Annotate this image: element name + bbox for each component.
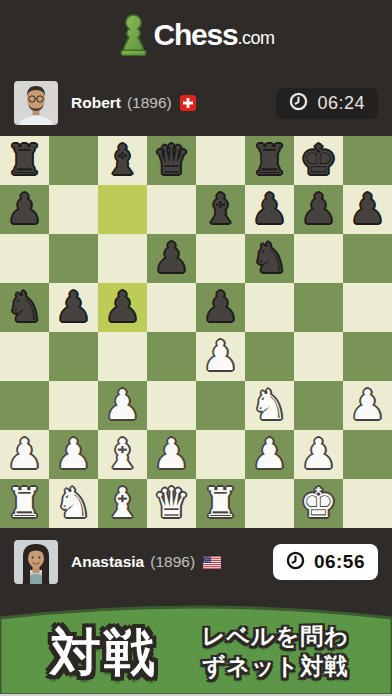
app-header: Chess .com [0,0,392,70]
clock-icon [289,92,308,115]
banner-subtitle-line2: ずネット対戦 [202,651,349,681]
square-d8[interactable]: ♛ [147,136,196,185]
white-pawn[interactable]: ♟ [300,430,337,479]
black-bishop[interactable]: ♝ [202,185,239,234]
square-h5[interactable] [343,283,392,332]
square-c3[interactable]: ♟ [98,381,147,430]
logo-text-suffix: .com [238,28,275,49]
white-rook[interactable]: ♜ [6,479,43,528]
white-pawn[interactable]: ♟ [251,430,288,479]
top-player-avatar[interactable] [14,81,58,125]
white-bishop[interactable]: ♝ [104,430,141,479]
square-h8[interactable] [343,136,392,185]
chesscom-logo: Chess .com [117,14,274,56]
square-c7[interactable] [98,185,147,234]
square-e5[interactable]: ♟ [196,283,245,332]
top-player-rating: (1896) [127,94,172,112]
square-a8[interactable]: ♜ [0,136,49,185]
white-queen[interactable]: ♛ [153,479,190,528]
top-player-clock: 06:24 [276,88,378,119]
square-a5[interactable]: ♞ [0,283,49,332]
square-h6[interactable] [343,234,392,283]
bottom-player-name: Anastasia [71,553,144,571]
white-pawn[interactable]: ♟ [202,332,239,381]
bottom-player-clock: 06:56 [273,544,378,580]
black-rook[interactable]: ♜ [251,136,288,185]
white-pawn[interactable]: ♟ [55,430,92,479]
black-king[interactable]: ♚ [300,136,337,185]
black-pawn[interactable]: ♟ [153,234,190,283]
square-g8[interactable]: ♚ [294,136,343,185]
square-b1[interactable]: ♞ [49,479,98,528]
square-c6[interactable] [98,234,147,283]
top-player-time: 06:24 [317,93,365,114]
us-flag-icon [203,556,221,569]
square-d1[interactable]: ♛ [147,479,196,528]
square-f2[interactable]: ♟ [245,430,294,479]
square-b8[interactable] [49,136,98,185]
clock-icon [286,551,305,574]
top-player-bar: Robert (1896) 06:24 [0,70,392,136]
square-f5[interactable] [245,283,294,332]
square-e3[interactable] [196,381,245,430]
square-g6[interactable] [294,234,343,283]
square-g4[interactable] [294,332,343,381]
banner-subtitle: レベルを問わ ずネット対戦 [202,621,349,681]
top-player-name: Robert [71,94,121,112]
square-h2[interactable] [343,430,392,479]
square-e2[interactable] [196,430,245,479]
black-pawn[interactable]: ♟ [300,185,337,234]
square-b6[interactable] [49,234,98,283]
square-a4[interactable] [0,332,49,381]
white-pawn[interactable]: ♟ [104,381,141,430]
black-pawn[interactable]: ♟ [202,283,239,332]
square-g1[interactable]: ♚ [294,479,343,528]
square-a3[interactable] [0,381,49,430]
square-g3[interactable] [294,381,343,430]
black-bishop[interactable]: ♝ [104,136,141,185]
square-g2[interactable]: ♟ [294,430,343,479]
white-bishop[interactable]: ♝ [104,479,141,528]
black-pawn[interactable]: ♟ [104,283,141,332]
square-e7[interactable]: ♝ [196,185,245,234]
logo-text-main: Chess [153,18,237,52]
white-pawn[interactable]: ♟ [6,430,43,479]
bottom-player-avatar[interactable] [14,540,58,584]
square-b4[interactable] [49,332,98,381]
square-h7[interactable]: ♟ [343,185,392,234]
square-f4[interactable] [245,332,294,381]
promo-banner[interactable]: 対戦 レベルを問わ ずネット対戦 [0,596,392,696]
white-pawn[interactable]: ♟ [349,381,386,430]
black-pawn[interactable]: ♟ [349,185,386,234]
black-rook[interactable]: ♜ [6,136,43,185]
square-g5[interactable] [294,283,343,332]
square-a6[interactable] [0,234,49,283]
bottom-player-time: 06:56 [314,551,365,573]
black-knight[interactable]: ♞ [251,234,288,283]
square-c8[interactable]: ♝ [98,136,147,185]
square-e6[interactable] [196,234,245,283]
white-rook[interactable]: ♜ [202,479,239,528]
square-d4[interactable] [147,332,196,381]
square-d7[interactable] [147,185,196,234]
square-b3[interactable] [49,381,98,430]
black-pawn[interactable]: ♟ [55,283,92,332]
square-c4[interactable] [98,332,147,381]
square-d2[interactable]: ♟ [147,430,196,479]
square-h4[interactable] [343,332,392,381]
black-knight[interactable]: ♞ [6,283,43,332]
black-queen[interactable]: ♛ [153,136,190,185]
square-f7[interactable]: ♟ [245,185,294,234]
square-d3[interactable] [147,381,196,430]
square-h3[interactable]: ♟ [343,381,392,430]
square-f1[interactable] [245,479,294,528]
square-a7[interactable]: ♟ [0,185,49,234]
swiss-flag-icon [180,95,196,111]
black-pawn[interactable]: ♟ [6,185,43,234]
square-b5[interactable]: ♟ [49,283,98,332]
white-knight[interactable]: ♞ [251,381,288,430]
square-g7[interactable]: ♟ [294,185,343,234]
square-c1[interactable]: ♝ [98,479,147,528]
square-a1[interactable]: ♜ [0,479,49,528]
square-f3[interactable]: ♞ [245,381,294,430]
white-king[interactable]: ♚ [300,479,337,528]
white-pawn[interactable]: ♟ [153,430,190,479]
square-f8[interactable]: ♜ [245,136,294,185]
banner-title: 対戦 [50,619,158,688]
square-h1[interactable] [343,479,392,528]
square-c5[interactable]: ♟ [98,283,147,332]
bottom-player-bar: Anastasia (1896) [0,528,392,596]
square-b7[interactable] [49,185,98,234]
square-d6[interactable]: ♟ [147,234,196,283]
black-pawn[interactable]: ♟ [251,185,288,234]
square-c2[interactable]: ♝ [98,430,147,479]
square-b2[interactable]: ♟ [49,430,98,479]
banner-subtitle-line1: レベルを問わ [202,621,349,651]
square-e8[interactable] [196,136,245,185]
white-knight[interactable]: ♞ [55,479,92,528]
bottom-player-rating: (1896) [150,553,195,571]
pawn-icon [117,14,153,56]
chess-board[interactable]: ♜♝♛♜♚♟♝♟♟♟♟♞♞♟♟♟♟♟♞♟♟♟♝♟♟♟♜♞♝♛♜♚ [0,136,392,528]
square-a2[interactable]: ♟ [0,430,49,479]
square-e4[interactable]: ♟ [196,332,245,381]
square-e1[interactable]: ♜ [196,479,245,528]
square-f6[interactable]: ♞ [245,234,294,283]
square-d5[interactable] [147,283,196,332]
